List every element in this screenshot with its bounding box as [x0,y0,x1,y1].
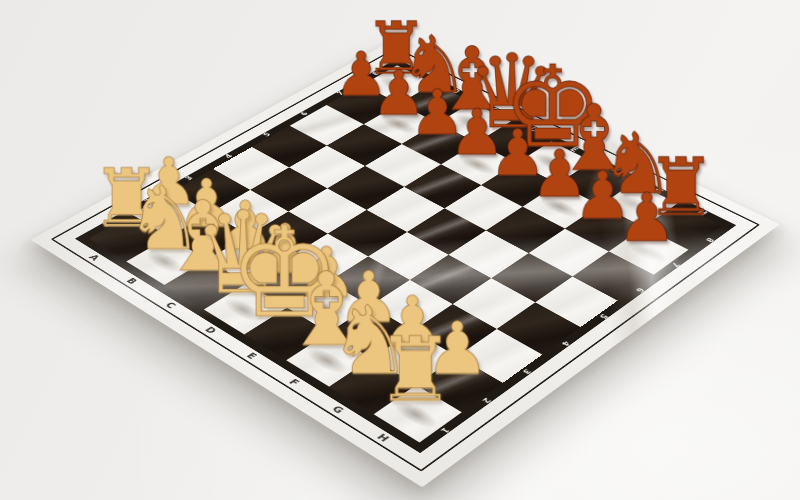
piece-black-pawn[interactable]: ♟ [576,185,718,252]
photo-scene: ♜♞♝♛♚♝♞♜♟♟♟♟♟♟♟♟♟♟♟♟♟♟♟♟♜♞♝♛♚♝♞♜ AABBCCD… [0,0,800,500]
piece-white-rook[interactable]: ♜ [337,326,493,415]
vinyl-chessboard-mat: ♜♞♝♛♚♝♞♜♟♟♟♟♟♟♟♟♟♟♟♟♟♟♟♟♜♞♝♛♚♝♞♜ AABBCCD… [31,39,780,488]
board-grid: ♜♞♝♛♚♝♞♜♟♟♟♟♟♟♟♟♟♟♟♟♟♟♟♟♜♞♝♛♚♝♞♜ [89,65,722,442]
